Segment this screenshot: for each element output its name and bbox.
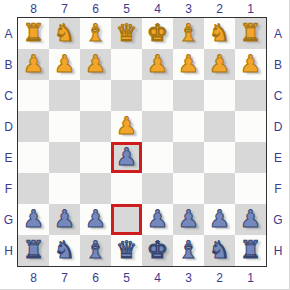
board-cell-B3[interactable]: ♟ <box>173 49 204 80</box>
row-label-right-A: A <box>267 18 289 49</box>
row-label-left-C: C <box>0 80 17 111</box>
row-label-left-A: A <box>0 18 17 49</box>
yellow-rook: ♜ <box>240 18 262 49</box>
yellow-king: ♚ <box>147 18 169 49</box>
board-cell-B8[interactable]: ♟ <box>18 49 49 80</box>
yellow-rook: ♜ <box>23 18 45 49</box>
col-label-bottom-2: 2 <box>204 267 235 289</box>
yellow-pawn: ♟ <box>116 111 138 142</box>
yellow-bishop: ♝ <box>85 18 107 49</box>
board-cell-C3[interactable] <box>173 80 204 111</box>
yellow-pawn: ♟ <box>178 49 200 80</box>
board-cell-H4[interactable]: ♚ <box>142 235 173 266</box>
blue-pawn: ♟ <box>85 204 107 235</box>
board-cell-D5[interactable]: ♟ <box>111 111 142 142</box>
row-labels-right: ABCDEFGH <box>267 18 289 266</box>
yellow-pawn: ♟ <box>209 49 231 80</box>
board-cell-A2[interactable]: ♞ <box>204 18 235 49</box>
blue-pawn: ♟ <box>54 204 76 235</box>
board-cell-A8[interactable]: ♜ <box>18 18 49 49</box>
row-label-left-G: G <box>0 204 17 235</box>
board-cell-C4[interactable] <box>142 80 173 111</box>
col-label-top-5: 5 <box>111 0 142 17</box>
yellow-knight: ♞ <box>54 18 76 49</box>
board-cell-D8[interactable] <box>18 111 49 142</box>
board-cell-B4[interactable]: ♟ <box>142 49 173 80</box>
board-cell-H3[interactable]: ♝ <box>173 235 204 266</box>
blue-knight: ♞ <box>54 235 76 266</box>
yellow-queen: ♛ <box>116 18 138 49</box>
board-cell-G4[interactable]: ♟ <box>142 204 173 235</box>
board-cell-D6[interactable] <box>80 111 111 142</box>
blue-knight: ♞ <box>209 235 231 266</box>
board-cell-A5[interactable]: ♛ <box>111 18 142 49</box>
board-cell-G3[interactable]: ♟ <box>173 204 204 235</box>
row-label-right-F: F <box>267 173 289 204</box>
yellow-pawn: ♟ <box>147 49 169 80</box>
blue-bishop: ♝ <box>178 235 200 266</box>
board-cell-C7[interactable] <box>49 80 80 111</box>
board-cell-G6[interactable]: ♟ <box>80 204 111 235</box>
row-label-left-E: E <box>0 142 17 173</box>
board-cell-G8[interactable]: ♟ <box>18 204 49 235</box>
yellow-knight: ♞ <box>209 18 231 49</box>
row-label-right-B: B <box>267 49 289 80</box>
col-label-top-2: 2 <box>204 0 235 17</box>
board-cell-B2[interactable]: ♟ <box>204 49 235 80</box>
blue-pawn: ♟ <box>116 142 138 173</box>
yellow-bishop: ♝ <box>178 18 200 49</box>
board-cell-G5[interactable] <box>111 204 142 235</box>
board-cell-F6[interactable] <box>80 173 111 204</box>
board-cell-H1[interactable]: ♜ <box>235 235 266 266</box>
board-cell-F3[interactable] <box>173 173 204 204</box>
row-label-right-C: C <box>267 80 289 111</box>
board-cell-G7[interactable]: ♟ <box>49 204 80 235</box>
blue-pawn: ♟ <box>209 204 231 235</box>
board-cell-D7[interactable] <box>49 111 80 142</box>
board-cell-D4[interactable] <box>142 111 173 142</box>
board-cell-E2[interactable] <box>204 142 235 173</box>
board-cell-D3[interactable] <box>173 111 204 142</box>
yellow-pawn: ♟ <box>54 49 76 80</box>
blue-bishop: ♝ <box>85 235 107 266</box>
blue-rook: ♜ <box>23 235 45 266</box>
chess-app-window: 87654321 87654321 ABCDEFGH ABCDEFGH ♜♞♝♛… <box>0 0 290 290</box>
board-cell-F5[interactable] <box>111 173 142 204</box>
board-cell-B6[interactable]: ♟ <box>80 49 111 80</box>
board-cell-H5[interactable]: ♛ <box>111 235 142 266</box>
board-cell-B7[interactable]: ♟ <box>49 49 80 80</box>
col-label-top-4: 4 <box>142 0 173 17</box>
col-label-bottom-8: 8 <box>18 267 49 289</box>
board-cell-D1[interactable] <box>235 111 266 142</box>
board-cell-F2[interactable] <box>204 173 235 204</box>
col-label-bottom-1: 1 <box>235 267 266 289</box>
row-labels-left: ABCDEFGH <box>0 18 17 266</box>
board-cell-E3[interactable] <box>173 142 204 173</box>
blue-pawn: ♟ <box>147 204 169 235</box>
row-label-right-D: D <box>267 111 289 142</box>
row-label-right-E: E <box>267 142 289 173</box>
yellow-pawn: ♟ <box>240 49 262 80</box>
row-label-right-H: H <box>267 235 289 266</box>
board-cell-B1[interactable]: ♟ <box>235 49 266 80</box>
board-cell-H2[interactable]: ♞ <box>204 235 235 266</box>
board-cell-G2[interactable]: ♟ <box>204 204 235 235</box>
board-cell-F1[interactable] <box>235 173 266 204</box>
board-cell-A4[interactable]: ♚ <box>142 18 173 49</box>
yellow-pawn: ♟ <box>85 49 107 80</box>
blue-rook: ♜ <box>240 235 262 266</box>
row-label-left-D: D <box>0 111 17 142</box>
board-cell-E6[interactable] <box>80 142 111 173</box>
board-cell-H6[interactable]: ♝ <box>80 235 111 266</box>
board-cell-G1[interactable]: ♟ <box>235 204 266 235</box>
board-cell-C5[interactable] <box>111 80 142 111</box>
board-cell-A7[interactable]: ♞ <box>49 18 80 49</box>
board-cell-D2[interactable] <box>204 111 235 142</box>
board-cell-E1[interactable] <box>235 142 266 173</box>
row-label-left-H: H <box>0 235 17 266</box>
column-labels-top: 87654321 <box>18 0 266 17</box>
col-label-bottom-3: 3 <box>173 267 204 289</box>
blue-pawn: ♟ <box>240 204 262 235</box>
row-label-left-B: B <box>0 49 17 80</box>
col-label-top-6: 6 <box>80 0 111 17</box>
board-cell-F8[interactable] <box>18 173 49 204</box>
board-cell-C2[interactable] <box>204 80 235 111</box>
col-label-bottom-5: 5 <box>111 267 142 289</box>
blue-king: ♚ <box>147 235 169 266</box>
chess-board: ♜♞♝♛♚♝♞♜♟♟♟♟♟♟♟♟♟♟♟♟♟♟♟♟♜♞♝♛♚♝♞♜ <box>17 17 267 267</box>
col-label-top-3: 3 <box>173 0 204 17</box>
row-label-left-F: F <box>0 173 17 204</box>
board-cell-E5[interactable]: ♟ <box>111 142 142 173</box>
yellow-pawn: ♟ <box>23 49 45 80</box>
board-cell-C1[interactable] <box>235 80 266 111</box>
board-cell-A1[interactable]: ♜ <box>235 18 266 49</box>
col-label-top-1: 1 <box>235 0 266 17</box>
blue-queen: ♛ <box>116 235 138 266</box>
blue-pawn: ♟ <box>23 204 45 235</box>
board-cell-E4[interactable] <box>142 142 173 173</box>
board-cell-E7[interactable] <box>49 142 80 173</box>
board-cell-E8[interactable] <box>18 142 49 173</box>
board-cell-C6[interactable] <box>80 80 111 111</box>
col-label-bottom-4: 4 <box>142 267 173 289</box>
board-cell-C8[interactable] <box>18 80 49 111</box>
board-cell-H7[interactable]: ♞ <box>49 235 80 266</box>
col-label-top-8: 8 <box>18 0 49 17</box>
board-cell-F7[interactable] <box>49 173 80 204</box>
board-cell-A6[interactable]: ♝ <box>80 18 111 49</box>
board-cell-H8[interactable]: ♜ <box>18 235 49 266</box>
col-label-bottom-6: 6 <box>80 267 111 289</box>
board-cell-F4[interactable] <box>142 173 173 204</box>
blue-pawn: ♟ <box>178 204 200 235</box>
row-label-right-G: G <box>267 204 289 235</box>
col-label-bottom-7: 7 <box>49 267 80 289</box>
column-labels-bottom: 87654321 <box>18 267 266 289</box>
board-cell-B5[interactable] <box>111 49 142 80</box>
board-cell-A3[interactable]: ♝ <box>173 18 204 49</box>
col-label-top-7: 7 <box>49 0 80 17</box>
